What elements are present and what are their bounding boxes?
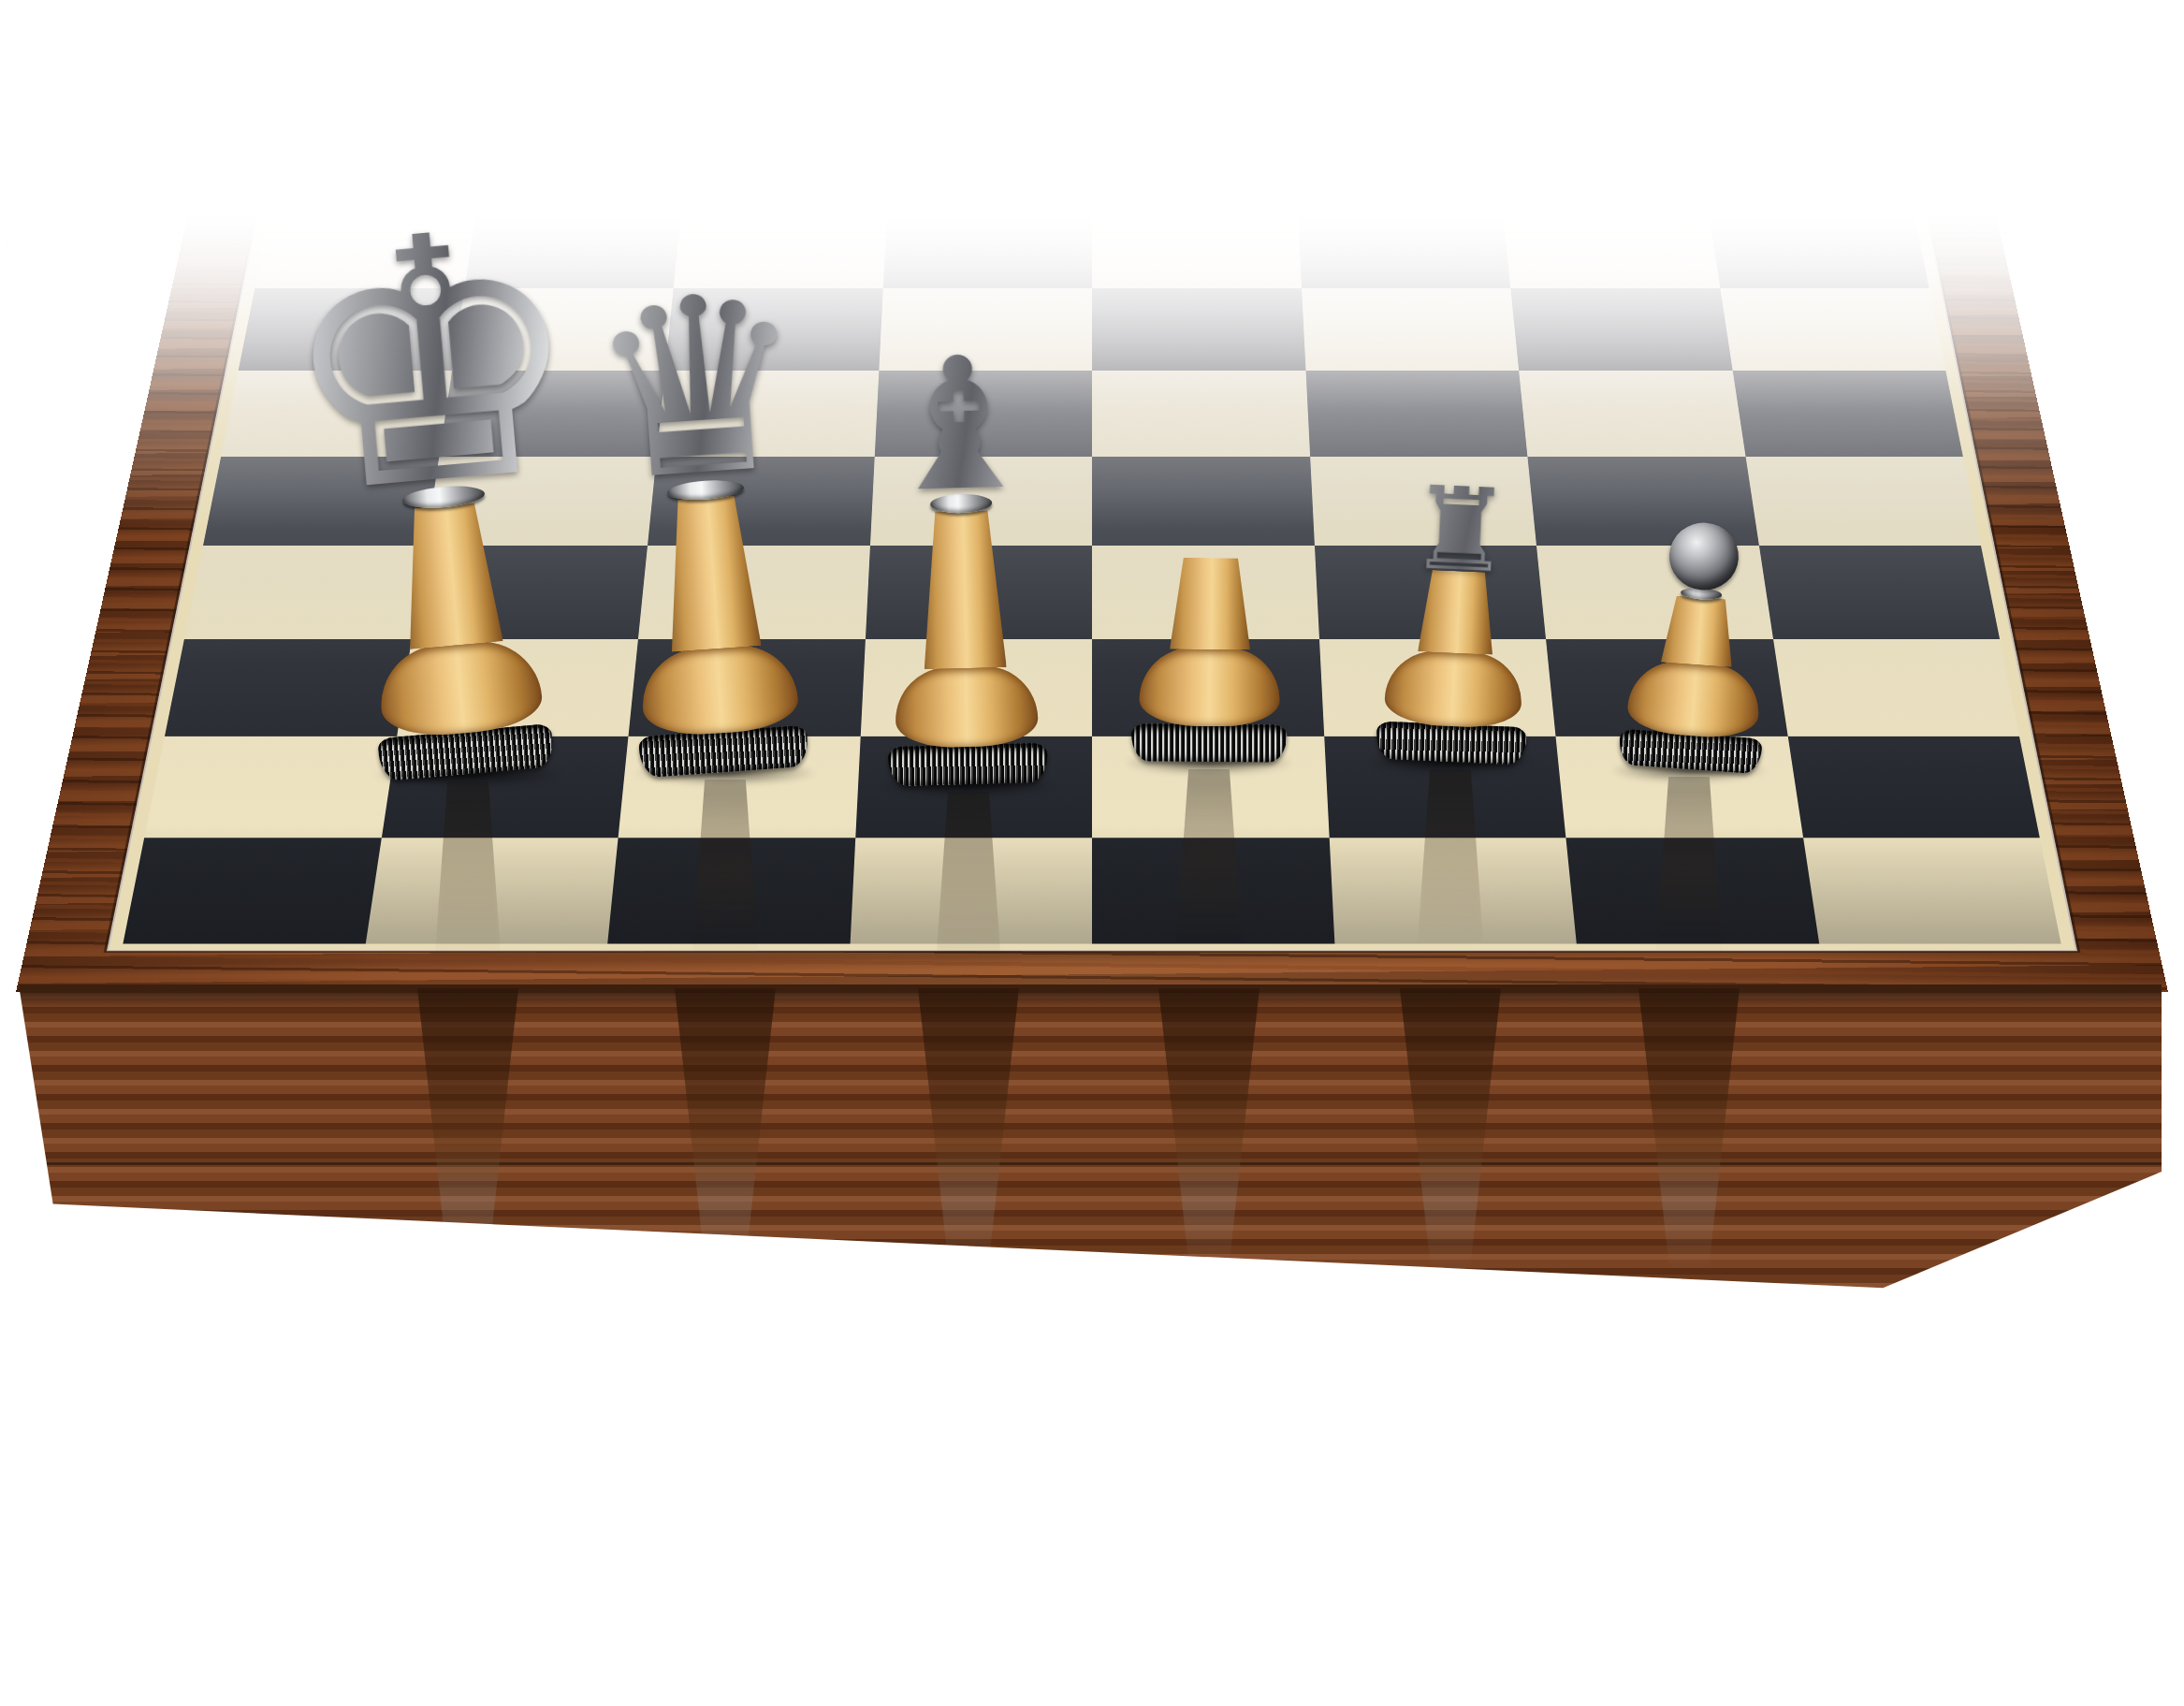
white-king-cone bbox=[376, 636, 545, 740]
white-knight-cone bbox=[1139, 647, 1280, 726]
board-front-face bbox=[19, 984, 2162, 1307]
white-pawn-front-face-reflection bbox=[1619, 988, 1759, 1269]
front-face-grain-line bbox=[19, 1162, 2162, 1165]
white-king-front-face-reflection bbox=[398, 988, 538, 1269]
white-knight-front-face-reflection bbox=[1139, 988, 1279, 1269]
square-h1 bbox=[1803, 838, 2061, 943]
square-a1 bbox=[123, 838, 381, 943]
white-pawn-cone bbox=[1626, 658, 1762, 740]
white-bishop-cone bbox=[895, 664, 1039, 749]
chess-set-product-photo: ♚♛♝♞♜ bbox=[0, 0, 2184, 1706]
white-pawn-orb bbox=[1667, 520, 1740, 592]
piece-white-pawn bbox=[1502, 47, 1925, 782]
white-rook-front-face-reflection bbox=[1380, 988, 1521, 1269]
white-pawn-column bbox=[1661, 595, 1737, 667]
white-queen-front-face-reflection bbox=[655, 988, 795, 1269]
white-queen-cone bbox=[639, 642, 800, 738]
white-rook-cone bbox=[1384, 649, 1523, 729]
white-bishop-column bbox=[920, 510, 1006, 669]
white-bishop-front-face-reflection bbox=[898, 988, 1039, 1269]
